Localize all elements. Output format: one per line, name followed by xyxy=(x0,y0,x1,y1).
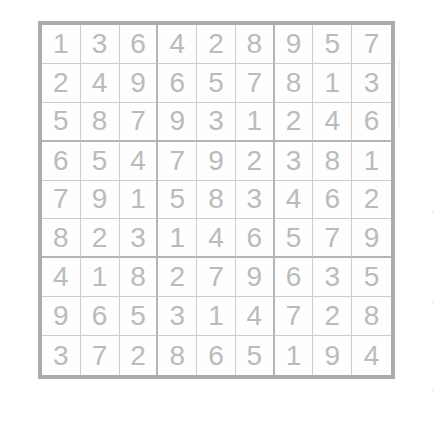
cell-r3c4[interactable]: 9 xyxy=(158,103,197,142)
cell-r5c8[interactable]: 6 xyxy=(313,181,352,220)
cell-r7c6[interactable]: 9 xyxy=(236,258,275,297)
cell-r2c1[interactable]: 2 xyxy=(42,64,81,103)
scan-artifact xyxy=(398,58,400,128)
cell-r8c3[interactable]: 5 xyxy=(120,297,159,336)
cell-r4c7[interactable]: 3 xyxy=(275,142,314,181)
cell-r1c7[interactable]: 9 xyxy=(275,25,314,64)
cell-r4c9[interactable]: 1 xyxy=(352,142,391,181)
sudoku-board: 1364289572496578135879312466547923817915… xyxy=(38,21,395,379)
cell-r9c7[interactable]: 1 xyxy=(275,336,314,375)
cell-r7c5[interactable]: 7 xyxy=(197,258,236,297)
cell-r1c4[interactable]: 4 xyxy=(158,25,197,64)
cell-r8c2[interactable]: 6 xyxy=(81,297,120,336)
cell-r1c5[interactable]: 2 xyxy=(197,25,236,64)
cell-r4c8[interactable]: 8 xyxy=(313,142,352,181)
cell-r2c7[interactable]: 8 xyxy=(275,64,314,103)
cell-r7c8[interactable]: 3 xyxy=(313,258,352,297)
cell-r9c1[interactable]: 3 xyxy=(42,336,81,375)
cell-r5c4[interactable]: 5 xyxy=(158,181,197,220)
cell-r1c2[interactable]: 3 xyxy=(81,25,120,64)
cell-r6c4[interactable]: 1 xyxy=(158,219,197,258)
cell-r9c6[interactable]: 5 xyxy=(236,336,275,375)
cell-r1c6[interactable]: 8 xyxy=(236,25,275,64)
scan-artifact xyxy=(432,388,434,392)
cell-r7c2[interactable]: 1 xyxy=(81,258,120,297)
cell-r6c9[interactable]: 9 xyxy=(352,219,391,258)
cell-r7c7[interactable]: 6 xyxy=(275,258,314,297)
cell-r7c1[interactable]: 4 xyxy=(42,258,81,297)
cell-r5c1[interactable]: 7 xyxy=(42,181,81,220)
cell-r5c9[interactable]: 2 xyxy=(352,181,391,220)
cell-r3c5[interactable]: 3 xyxy=(197,103,236,142)
cell-r4c4[interactable]: 7 xyxy=(158,142,197,181)
cell-r2c2[interactable]: 4 xyxy=(81,64,120,103)
cell-r6c7[interactable]: 5 xyxy=(275,219,314,258)
cell-r9c9[interactable]: 4 xyxy=(352,336,391,375)
cell-r5c2[interactable]: 9 xyxy=(81,181,120,220)
cell-r6c5[interactable]: 4 xyxy=(197,219,236,258)
cell-r6c1[interactable]: 8 xyxy=(42,219,81,258)
cell-r3c9[interactable]: 6 xyxy=(352,103,391,142)
cell-r5c7[interactable]: 4 xyxy=(275,181,314,220)
cell-r2c5[interactable]: 5 xyxy=(197,64,236,103)
cell-r5c3[interactable]: 1 xyxy=(120,181,159,220)
cell-r6c6[interactable]: 6 xyxy=(236,219,275,258)
cell-r9c3[interactable]: 2 xyxy=(120,336,159,375)
cell-r8c6[interactable]: 4 xyxy=(236,297,275,336)
scanned-sudoku-page: 1364289572496578135879312466547923817915… xyxy=(0,0,445,445)
cell-r7c3[interactable]: 8 xyxy=(120,258,159,297)
cell-r8c4[interactable]: 3 xyxy=(158,297,197,336)
cell-r5c5[interactable]: 8 xyxy=(197,181,236,220)
cell-r8c1[interactable]: 9 xyxy=(42,297,81,336)
cell-r2c4[interactable]: 6 xyxy=(158,64,197,103)
cell-r6c8[interactable]: 7 xyxy=(313,219,352,258)
cell-r4c5[interactable]: 9 xyxy=(197,142,236,181)
cell-r9c5[interactable]: 6 xyxy=(197,336,236,375)
cell-r9c2[interactable]: 7 xyxy=(81,336,120,375)
cell-r1c8[interactable]: 5 xyxy=(313,25,352,64)
cell-r3c3[interactable]: 7 xyxy=(120,103,159,142)
cell-r4c2[interactable]: 5 xyxy=(81,142,120,181)
cell-r4c1[interactable]: 6 xyxy=(42,142,81,181)
cell-r1c1[interactable]: 1 xyxy=(42,25,81,64)
cell-r6c3[interactable]: 3 xyxy=(120,219,159,258)
cell-r3c2[interactable]: 8 xyxy=(81,103,120,142)
cell-r1c9[interactable]: 7 xyxy=(352,25,391,64)
scan-artifact xyxy=(432,210,434,214)
cell-r8c7[interactable]: 7 xyxy=(275,297,314,336)
cell-r4c6[interactable]: 2 xyxy=(236,142,275,181)
cell-r2c9[interactable]: 3 xyxy=(352,64,391,103)
cell-r5c6[interactable]: 3 xyxy=(236,181,275,220)
cell-r3c6[interactable]: 1 xyxy=(236,103,275,142)
cell-r4c3[interactable]: 4 xyxy=(120,142,159,181)
cell-r3c7[interactable]: 2 xyxy=(275,103,314,142)
cell-r2c6[interactable]: 7 xyxy=(236,64,275,103)
cell-r8c5[interactable]: 1 xyxy=(197,297,236,336)
cell-r3c1[interactable]: 5 xyxy=(42,103,81,142)
cell-r3c8[interactable]: 4 xyxy=(313,103,352,142)
cell-r7c4[interactable]: 2 xyxy=(158,258,197,297)
cell-r7c9[interactable]: 5 xyxy=(352,258,391,297)
cell-r2c3[interactable]: 9 xyxy=(120,64,159,103)
cell-r6c2[interactable]: 2 xyxy=(81,219,120,258)
scan-artifact xyxy=(432,300,434,304)
cell-r9c8[interactable]: 9 xyxy=(313,336,352,375)
cell-r8c8[interactable]: 2 xyxy=(313,297,352,336)
cell-r2c8[interactable]: 1 xyxy=(313,64,352,103)
cell-r1c3[interactable]: 6 xyxy=(120,25,159,64)
cell-r8c9[interactable]: 8 xyxy=(352,297,391,336)
cell-r9c4[interactable]: 8 xyxy=(158,336,197,375)
